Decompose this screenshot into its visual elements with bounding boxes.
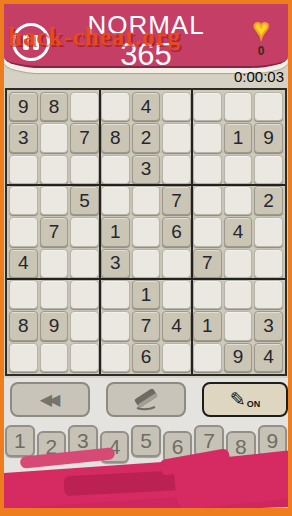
- cell-r8c2[interactable]: 9: [40, 311, 69, 340]
- cell-r1c8[interactable]: [224, 92, 253, 121]
- numpad-7[interactable]: 7: [194, 425, 224, 457]
- cell-r1c1[interactable]: 9: [9, 92, 38, 121]
- cell-r5c4[interactable]: 1: [101, 217, 130, 246]
- cell-r3c7[interactable]: [193, 155, 222, 184]
- cell-r5c8[interactable]: 4: [224, 217, 253, 246]
- cell-r4c4[interactable]: [101, 186, 130, 215]
- cell-r1c4[interactable]: [101, 92, 130, 121]
- cell-r7c2[interactable]: [40, 280, 69, 309]
- numpad-2[interactable]: 2: [37, 431, 67, 463]
- cell-r6c4[interactable]: 3: [101, 249, 130, 278]
- cell-r8c1[interactable]: 8: [9, 311, 38, 340]
- cell-r4c1[interactable]: [9, 186, 38, 215]
- cell-r7c9[interactable]: [254, 280, 283, 309]
- cell-r7c4[interactable]: [101, 280, 130, 309]
- cell-r9c1[interactable]: [9, 343, 38, 372]
- cell-r4c5[interactable]: [132, 186, 161, 215]
- cell-r6c1[interactable]: 4: [9, 249, 38, 278]
- sudoku-board: 984378219357271644371897413694: [5, 88, 287, 376]
- number-pad: 123456789: [4, 425, 288, 469]
- cell-r3c9[interactable]: [254, 155, 283, 184]
- cell-r3c8[interactable]: [224, 155, 253, 184]
- cell-r4c8[interactable]: [224, 186, 253, 215]
- cell-r1c2[interactable]: 8: [40, 92, 69, 121]
- cell-r3c3[interactable]: [70, 155, 99, 184]
- cell-r7c6[interactable]: [162, 280, 191, 309]
- cell-r8c6[interactable]: 4: [162, 311, 191, 340]
- cell-r5c2[interactable]: 7: [40, 217, 69, 246]
- numpad-4[interactable]: 4: [100, 431, 130, 463]
- cell-r4c9[interactable]: 2: [254, 186, 283, 215]
- pencil-icon: ✎: [230, 390, 246, 409]
- cell-r5c3[interactable]: [70, 217, 99, 246]
- eraser-icon: [131, 389, 161, 411]
- numpad-9[interactable]: 9: [258, 425, 288, 457]
- cell-r6c8[interactable]: [224, 249, 253, 278]
- cell-r8c7[interactable]: 1: [193, 311, 222, 340]
- cell-r8c9[interactable]: 3: [254, 311, 283, 340]
- cell-r6c6[interactable]: [162, 249, 191, 278]
- cell-r9c6[interactable]: [162, 343, 191, 372]
- box-separator-vertical: [191, 90, 193, 374]
- numpad-8[interactable]: 8: [226, 431, 256, 463]
- cell-r6c9[interactable]: [254, 249, 283, 278]
- cell-r2c5[interactable]: 2: [132, 123, 161, 152]
- cell-r2c1[interactable]: 3: [9, 123, 38, 152]
- cell-r6c5[interactable]: [132, 249, 161, 278]
- cell-r5c9[interactable]: [254, 217, 283, 246]
- cell-r1c3[interactable]: [70, 92, 99, 121]
- cell-r9c4[interactable]: [101, 343, 130, 372]
- pencil-mode-button[interactable]: ✎ ON: [202, 382, 288, 417]
- numpad-1[interactable]: 1: [5, 425, 35, 457]
- cell-r6c3[interactable]: [70, 249, 99, 278]
- cell-r5c7[interactable]: [193, 217, 222, 246]
- numpad-3[interactable]: 3: [68, 425, 98, 457]
- cell-r2c3[interactable]: 7: [70, 123, 99, 152]
- cell-r3c1[interactable]: [9, 155, 38, 184]
- box-separator-vertical: [99, 90, 101, 374]
- cell-r7c3[interactable]: [70, 280, 99, 309]
- cell-r5c6[interactable]: 6: [162, 217, 191, 246]
- cell-r8c5[interactable]: 7: [132, 311, 161, 340]
- undo-button[interactable]: ◀◀: [10, 382, 90, 417]
- cell-r7c5[interactable]: 1: [132, 280, 161, 309]
- cell-r3c2[interactable]: [40, 155, 69, 184]
- cell-r4c6[interactable]: 7: [162, 186, 191, 215]
- cell-r8c8[interactable]: [224, 311, 253, 340]
- cell-r2c7[interactable]: [193, 123, 222, 152]
- cell-r5c1[interactable]: [9, 217, 38, 246]
- cell-r8c3[interactable]: [70, 311, 99, 340]
- lives-indicator: ♥ 0: [243, 16, 279, 58]
- cell-r9c5[interactable]: 6: [132, 343, 161, 372]
- paint-stroke: [0, 479, 292, 516]
- app-screen: NORMAL 365 ♥ 0 hack-cheat.org 0:00:03 98…: [0, 0, 292, 516]
- cell-r9c3[interactable]: [70, 343, 99, 372]
- cell-r9c9[interactable]: 4: [254, 343, 283, 372]
- box-separator-horizontal: [7, 184, 285, 186]
- timer: 0:00:03: [234, 68, 284, 85]
- box-separator-horizontal: [7, 278, 285, 280]
- cell-r7c8[interactable]: [224, 280, 253, 309]
- cell-r1c7[interactable]: [193, 92, 222, 121]
- lives-count: 0: [243, 44, 279, 58]
- cell-r9c2[interactable]: [40, 343, 69, 372]
- pencil-state-label: ON: [247, 399, 261, 409]
- cell-r6c7[interactable]: 7: [193, 249, 222, 278]
- numpad-6[interactable]: 6: [163, 431, 193, 463]
- cell-r2c9[interactable]: 9: [254, 123, 283, 152]
- cell-r2c8[interactable]: 1: [224, 123, 253, 152]
- cell-r3c6[interactable]: [162, 155, 191, 184]
- eraser-button[interactable]: [106, 382, 186, 417]
- cell-r7c7[interactable]: [193, 280, 222, 309]
- cell-r9c7[interactable]: [193, 343, 222, 372]
- undo-icon: ◀◀: [40, 390, 61, 409]
- cell-r4c2[interactable]: [40, 186, 69, 215]
- cell-r5c5[interactable]: [132, 217, 161, 246]
- paint-stroke: [64, 468, 225, 496]
- cell-r3c4[interactable]: [101, 155, 130, 184]
- cell-r1c5[interactable]: 4: [132, 92, 161, 121]
- cell-r8c4[interactable]: [101, 311, 130, 340]
- cell-r4c7[interactable]: [193, 186, 222, 215]
- cell-r2c2[interactable]: [40, 123, 69, 152]
- cell-r2c4[interactable]: 8: [101, 123, 130, 152]
- cell-r1c6[interactable]: [162, 92, 191, 121]
- cell-r2c6[interactable]: [162, 123, 191, 152]
- cell-r6c2[interactable]: [40, 249, 69, 278]
- heart-icon: ♥: [243, 16, 279, 43]
- header: NORMAL 365 ♥ 0: [4, 4, 288, 68]
- cell-r9c8[interactable]: 9: [224, 343, 253, 372]
- cell-r3c5[interactable]: 3: [132, 155, 161, 184]
- cell-r4c3[interactable]: 5: [70, 186, 99, 215]
- cell-r7c1[interactable]: [9, 280, 38, 309]
- cell-r1c9[interactable]: [254, 92, 283, 121]
- numpad-5[interactable]: 5: [131, 425, 161, 457]
